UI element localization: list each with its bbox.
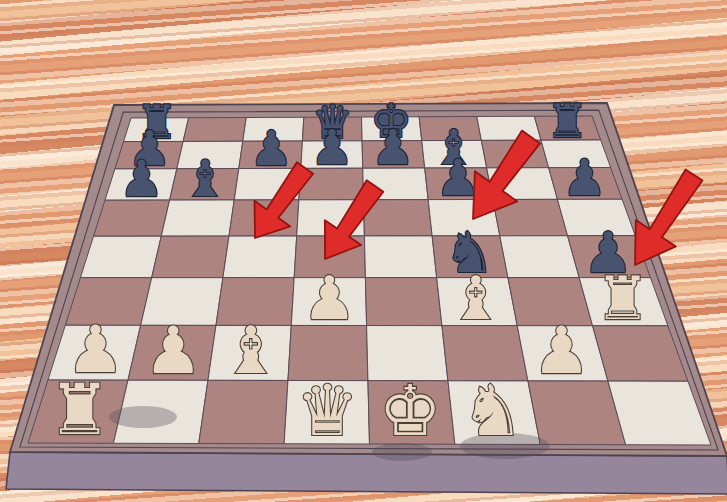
piece-black-pawn-e7: ♟ xyxy=(371,119,414,175)
square-a4 xyxy=(80,236,161,277)
piece-black-pawn-a6: ♟ xyxy=(119,150,164,208)
square-e3 xyxy=(365,278,441,326)
piece-shadow xyxy=(109,406,177,428)
square-b4 xyxy=(152,236,229,278)
piece-black-bishop-b6: ♝ xyxy=(182,150,227,208)
piece-black-pawn-d7: ♟ xyxy=(310,119,353,175)
piece-white-king-e1: ♚ xyxy=(379,370,442,452)
piece-white-pawn-b2: ♟ xyxy=(144,313,202,388)
piece-black-rook-h8: ♜ xyxy=(546,94,587,148)
chess-illustration: ♜♛♚♜♟♟♟♟♝♟♝♟♟♞♟♟♝♜♟♟♝♟♜♛♚♞ xyxy=(0,0,727,502)
board-side-face xyxy=(6,452,727,494)
piece-white-bishop-c2: ♝ xyxy=(222,313,280,388)
piece-white-queen-d1: ♛ xyxy=(296,370,359,452)
piece-white-pawn-d3: ♟ xyxy=(302,263,356,333)
piece-white-pawn-g2: ♟ xyxy=(532,313,590,388)
square-e4 xyxy=(364,236,436,278)
square-c4 xyxy=(223,236,297,278)
piece-black-pawn-h6: ♟ xyxy=(562,149,607,207)
piece-white-knight-f1: ♞ xyxy=(461,370,524,452)
piece-white-rook-h3: ♜ xyxy=(596,263,650,333)
piece-white-bishop-f3: ♝ xyxy=(449,263,503,333)
piece-white-rook-a1: ♜ xyxy=(48,369,111,451)
square-b8 xyxy=(183,118,246,142)
square-c1 xyxy=(199,380,288,443)
piece-black-pawn-c7: ♟ xyxy=(250,120,293,176)
square-g4 xyxy=(500,236,579,278)
chessboard-scene: ♜♛♚♜♟♟♟♟♝♟♝♟♟♞♟♟♝♜♟♟♝♟♜♛♚♞ xyxy=(0,0,727,502)
